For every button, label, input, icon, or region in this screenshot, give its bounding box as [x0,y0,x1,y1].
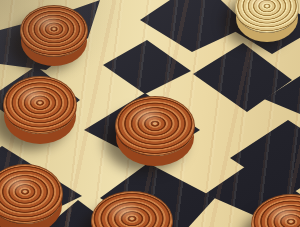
piece-face [115,96,195,156]
piece-face [0,164,63,224]
checker-piece-brown-p5: ⛂ [0,164,63,224]
piece-face [3,76,77,134]
checker-piece-brown-p6: ⛂ [91,191,173,227]
piece-face [20,5,88,57]
checkers-board-photo: ⛂⛀⛂⛂⛂⛂⛂ [0,0,300,227]
piece-face [235,0,299,33]
checker-piece-brown-p7: ⛂ [251,194,300,227]
checker-piece-brown-p4: ⛂ [115,96,195,156]
checker-piece-brown-p1: ⛂ [20,5,88,57]
piece-face [91,191,173,227]
checker-piece-brown-p3: ⛂ [3,76,77,134]
checker-piece-cream-p2: ⛀ [235,0,299,33]
